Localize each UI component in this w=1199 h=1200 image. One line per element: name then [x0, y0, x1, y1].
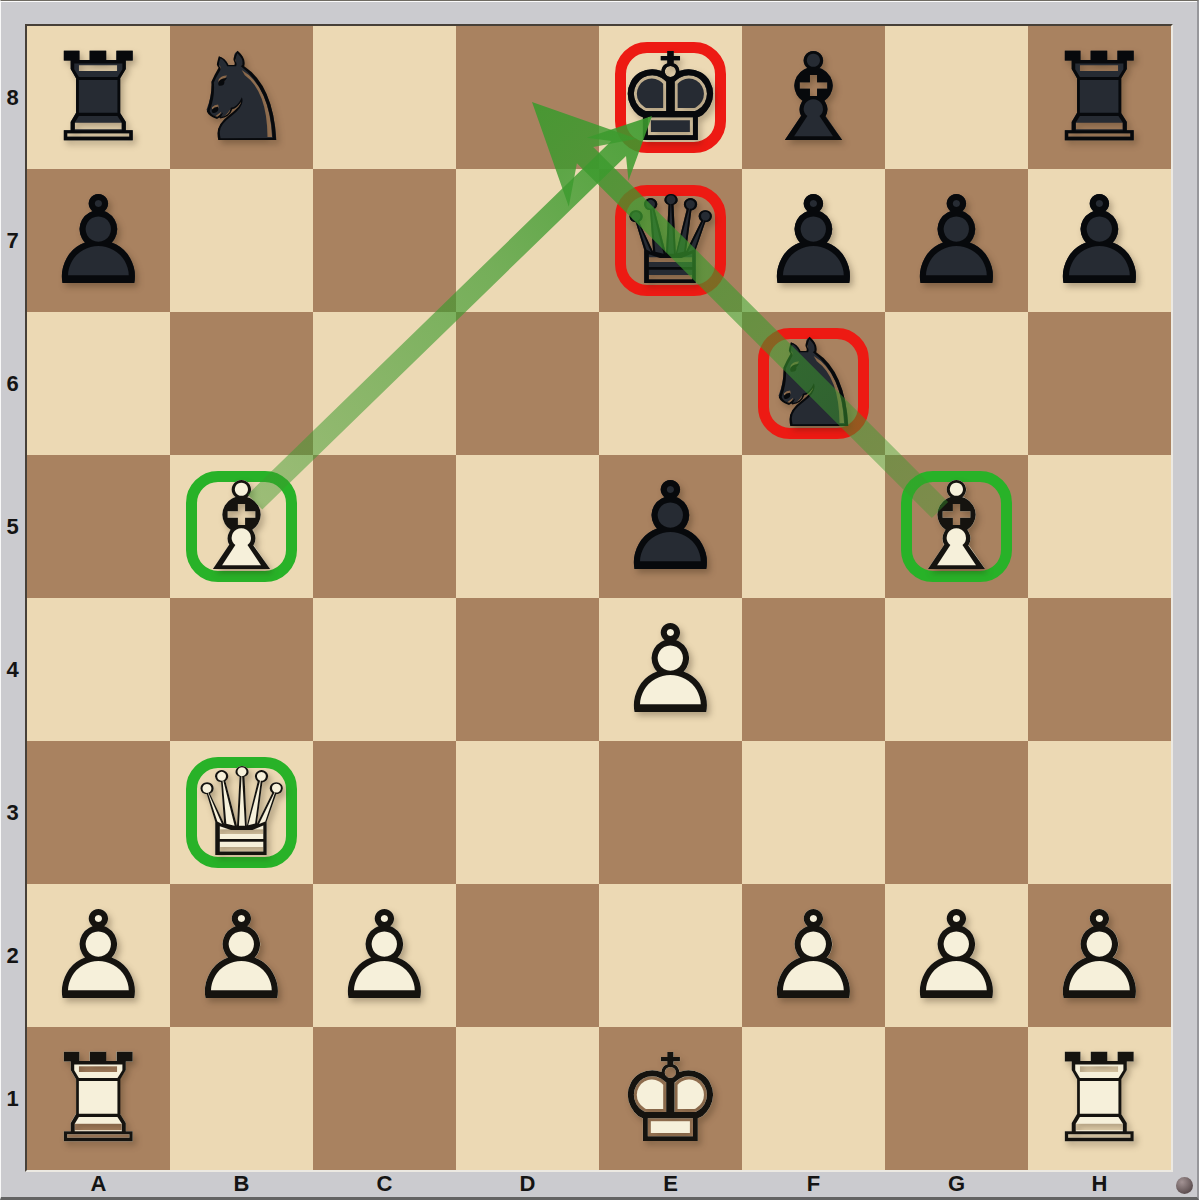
file-label-H: H [1028, 1170, 1171, 1198]
board-squares [27, 26, 1171, 1170]
square-g6[interactable] [885, 312, 1028, 455]
square-h5[interactable] [1028, 455, 1171, 598]
square-b5[interactable] [170, 455, 313, 598]
square-c6[interactable] [313, 312, 456, 455]
rank-label-8: 8 [0, 26, 25, 169]
square-d5[interactable] [456, 455, 599, 598]
square-c1[interactable] [313, 1027, 456, 1170]
square-f1[interactable] [742, 1027, 885, 1170]
square-b6[interactable] [170, 312, 313, 455]
rank-label-6: 6 [0, 312, 25, 455]
rank-label-7: 7 [0, 169, 25, 312]
square-h1[interactable] [1028, 1027, 1171, 1170]
square-e5[interactable] [599, 455, 742, 598]
file-label-C: C [313, 1170, 456, 1198]
square-d1[interactable] [456, 1027, 599, 1170]
square-b1[interactable] [170, 1027, 313, 1170]
square-f7[interactable] [742, 169, 885, 312]
square-g8[interactable] [885, 26, 1028, 169]
rank-label-5: 5 [0, 455, 25, 598]
square-g7[interactable] [885, 169, 1028, 312]
square-e1[interactable] [599, 1027, 742, 1170]
square-e7[interactable] [599, 169, 742, 312]
square-c3[interactable] [313, 741, 456, 884]
square-a4[interactable] [27, 598, 170, 741]
square-a3[interactable] [27, 741, 170, 884]
square-h8[interactable] [1028, 26, 1171, 169]
square-b7[interactable] [170, 169, 313, 312]
square-a1[interactable] [27, 1027, 170, 1170]
square-h6[interactable] [1028, 312, 1171, 455]
file-label-A: A [27, 1170, 170, 1198]
square-d8[interactable] [456, 26, 599, 169]
square-f5[interactable] [742, 455, 885, 598]
file-label-F: F [742, 1170, 885, 1198]
rank-label-3: 3 [0, 741, 25, 884]
square-a8[interactable] [27, 26, 170, 169]
square-c8[interactable] [313, 26, 456, 169]
square-c5[interactable] [313, 455, 456, 598]
square-c7[interactable] [313, 169, 456, 312]
square-d2[interactable] [456, 884, 599, 1027]
square-a7[interactable] [27, 169, 170, 312]
square-g5[interactable] [885, 455, 1028, 598]
square-a5[interactable] [27, 455, 170, 598]
square-a2[interactable] [27, 884, 170, 1027]
rank-label-1: 1 [0, 1027, 25, 1170]
square-f6[interactable] [742, 312, 885, 455]
file-label-E: E [599, 1170, 742, 1198]
square-e8[interactable] [599, 26, 742, 169]
square-b3[interactable] [170, 741, 313, 884]
square-g3[interactable] [885, 741, 1028, 884]
file-label-B: B [170, 1170, 313, 1198]
square-g2[interactable] [885, 884, 1028, 1027]
square-d6[interactable] [456, 312, 599, 455]
square-g1[interactable] [885, 1027, 1028, 1170]
square-b2[interactable] [170, 884, 313, 1027]
square-e2[interactable] [599, 884, 742, 1027]
square-h3[interactable] [1028, 741, 1171, 884]
square-g4[interactable] [885, 598, 1028, 741]
square-d4[interactable] [456, 598, 599, 741]
square-f8[interactable] [742, 26, 885, 169]
square-h4[interactable] [1028, 598, 1171, 741]
square-f2[interactable] [742, 884, 885, 1027]
square-a6[interactable] [27, 312, 170, 455]
square-f3[interactable] [742, 741, 885, 884]
square-c4[interactable] [313, 598, 456, 741]
corner-dot [1176, 1177, 1193, 1194]
square-d7[interactable] [456, 169, 599, 312]
square-h7[interactable] [1028, 169, 1171, 312]
square-e6[interactable] [599, 312, 742, 455]
rank-label-2: 2 [0, 884, 25, 1027]
square-e3[interactable] [599, 741, 742, 884]
square-b4[interactable] [170, 598, 313, 741]
square-h2[interactable] [1028, 884, 1171, 1027]
square-f4[interactable] [742, 598, 885, 741]
square-b8[interactable] [170, 26, 313, 169]
rank-label-4: 4 [0, 598, 25, 741]
chess-board: ♜♖♞♘♚♔♝♗♜♖♟♙♛♕♟♙♟♙♟♙♞♘♝♗♟♙♝♗♟♙♛♕♟♙♟♙♟♙♟♙… [25, 24, 1173, 1172]
window-frame-highlight-line [1, 1, 1197, 2]
square-e4[interactable] [599, 598, 742, 741]
square-c2[interactable] [313, 884, 456, 1027]
square-d3[interactable] [456, 741, 599, 884]
file-label-G: G [885, 1170, 1028, 1198]
file-label-D: D [456, 1170, 599, 1198]
